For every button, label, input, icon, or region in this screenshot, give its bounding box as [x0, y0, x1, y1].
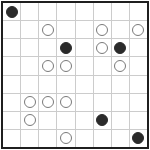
board-cell-r4c3[interactable] — [57, 76, 74, 93]
board-cell-r3c6[interactable] — [112, 57, 129, 74]
board-cell-r5c3[interactable] — [57, 94, 74, 111]
board-cell-r3c1[interactable] — [21, 57, 38, 74]
board-cell-r6c0[interactable] — [3, 112, 20, 129]
white-circle — [96, 42, 108, 54]
board-cell-r0c7[interactable] — [130, 3, 147, 20]
board-cell-r3c7[interactable] — [130, 57, 147, 74]
board-cell-r7c5[interactable] — [94, 130, 111, 147]
board-cell-r2c2[interactable] — [39, 39, 56, 56]
board-cell-r0c0[interactable] — [3, 3, 20, 20]
board-cell-r7c0[interactable] — [3, 130, 20, 147]
board-cell-r3c5[interactable] — [94, 57, 111, 74]
board-cell-r0c3[interactable] — [57, 3, 74, 20]
black-circle — [6, 6, 18, 18]
board-cell-r4c2[interactable] — [39, 76, 56, 93]
board-cell-r6c6[interactable] — [112, 112, 129, 129]
board-cell-r6c5[interactable] — [94, 112, 111, 129]
masyu-puzzle-page — [0, 0, 150, 150]
board-cell-r5c6[interactable] — [112, 94, 129, 111]
board-cell-r7c6[interactable] — [112, 130, 129, 147]
board-cell-r7c2[interactable] — [39, 130, 56, 147]
board-cell-r6c7[interactable] — [130, 112, 147, 129]
board-cell-r1c3[interactable] — [57, 21, 74, 38]
board-cell-r3c0[interactable] — [3, 57, 20, 74]
board-cell-r0c1[interactable] — [21, 3, 38, 20]
board-cell-r7c1[interactable] — [21, 130, 38, 147]
white-circle — [42, 24, 54, 36]
black-circle — [114, 42, 126, 54]
board-cell-r6c2[interactable] — [39, 112, 56, 129]
board-cell-r3c2[interactable] — [39, 57, 56, 74]
board-cell-r6c3[interactable] — [57, 112, 74, 129]
board-cell-r6c4[interactable] — [76, 112, 93, 129]
white-circle — [42, 60, 54, 72]
board-cell-r4c6[interactable] — [112, 76, 129, 93]
board-cell-r1c0[interactable] — [3, 21, 20, 38]
board-cell-r5c1[interactable] — [21, 94, 38, 111]
masyu-board — [1, 1, 149, 149]
board-cell-r5c4[interactable] — [76, 94, 93, 111]
white-circle — [60, 96, 72, 108]
board-cell-r1c6[interactable] — [112, 21, 129, 38]
board-cell-r2c0[interactable] — [3, 39, 20, 56]
board-cell-r5c5[interactable] — [94, 94, 111, 111]
white-circle — [132, 24, 144, 36]
white-circle — [42, 96, 54, 108]
white-circle — [60, 60, 72, 72]
board-cell-r4c0[interactable] — [3, 76, 20, 93]
board-cell-r3c4[interactable] — [76, 57, 93, 74]
board-cell-r5c2[interactable] — [39, 94, 56, 111]
board-cell-r1c5[interactable] — [94, 21, 111, 38]
board-cell-r7c3[interactable] — [57, 130, 74, 147]
white-circle — [24, 114, 36, 126]
board-cell-r6c1[interactable] — [21, 112, 38, 129]
board-cell-r5c0[interactable] — [3, 94, 20, 111]
board-cell-r4c7[interactable] — [130, 76, 147, 93]
board-cell-r2c3[interactable] — [57, 39, 74, 56]
board-cell-r7c7[interactable] — [130, 130, 147, 147]
board-cell-r4c1[interactable] — [21, 76, 38, 93]
board-cell-r1c7[interactable] — [130, 21, 147, 38]
board-cell-r0c5[interactable] — [94, 3, 111, 20]
board-cell-r5c7[interactable] — [130, 94, 147, 111]
board-cell-r3c3[interactable] — [57, 57, 74, 74]
white-circle — [96, 24, 108, 36]
board-cell-r2c5[interactable] — [94, 39, 111, 56]
board-cell-r0c2[interactable] — [39, 3, 56, 20]
white-circle — [114, 60, 126, 72]
black-circle — [60, 42, 72, 54]
board-cell-r2c4[interactable] — [76, 39, 93, 56]
board-cell-r1c2[interactable] — [39, 21, 56, 38]
board-cell-r0c6[interactable] — [112, 3, 129, 20]
board-cell-r2c6[interactable] — [112, 39, 129, 56]
board-cell-r1c4[interactable] — [76, 21, 93, 38]
board-cell-r2c1[interactable] — [21, 39, 38, 56]
white-circle — [60, 132, 72, 144]
board-cell-r2c7[interactable] — [130, 39, 147, 56]
board-cell-r4c4[interactable] — [76, 76, 93, 93]
black-circle — [96, 114, 108, 126]
board-cell-r0c4[interactable] — [76, 3, 93, 20]
board-cell-r1c1[interactable] — [21, 21, 38, 38]
white-circle — [24, 96, 36, 108]
board-cell-r7c4[interactable] — [76, 130, 93, 147]
board-cell-r4c5[interactable] — [94, 76, 111, 93]
black-circle — [132, 132, 144, 144]
